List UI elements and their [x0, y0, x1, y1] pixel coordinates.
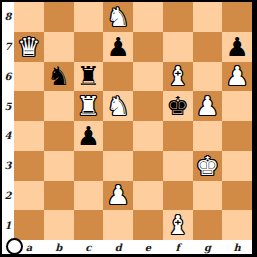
square-g3[interactable]: ♚ — [193, 151, 223, 181]
square-a2[interactable] — [14, 181, 44, 211]
square-f8[interactable] — [163, 2, 193, 32]
white-bishop: ♝ — [166, 212, 189, 238]
square-c2[interactable] — [74, 181, 104, 211]
square-g1[interactable] — [193, 210, 223, 240]
square-e1[interactable] — [133, 210, 163, 240]
square-e5[interactable] — [133, 91, 163, 121]
square-b3[interactable] — [44, 151, 74, 181]
square-e4[interactable] — [133, 121, 163, 151]
rank-label-2: 2 — [2, 181, 14, 211]
square-c1[interactable] — [74, 210, 104, 240]
square-h8[interactable] — [222, 2, 252, 32]
square-d4[interactable] — [103, 121, 133, 151]
square-e7[interactable] — [133, 32, 163, 62]
square-h4[interactable] — [222, 121, 252, 151]
file-label-c: c — [74, 240, 104, 254]
diagram-inner: 87654321 ♞♛♟♟♞♜♝♟♜♞♚♟♟♚♟♝ abcdefgh — [2, 2, 252, 254]
square-b1[interactable] — [44, 210, 74, 240]
square-g4[interactable] — [193, 121, 223, 151]
square-d2[interactable]: ♟ — [103, 181, 133, 211]
square-f2[interactable] — [163, 181, 193, 211]
rank-label-6: 6 — [2, 62, 14, 92]
square-g8[interactable] — [193, 2, 223, 32]
square-d8[interactable]: ♞ — [103, 2, 133, 32]
white-knight: ♞ — [106, 4, 129, 30]
black-rook: ♜ — [77, 63, 100, 89]
square-f3[interactable] — [163, 151, 193, 181]
square-c4[interactable]: ♟ — [74, 121, 104, 151]
black-knight: ♞ — [47, 63, 70, 89]
rank-label-3: 3 — [2, 151, 14, 181]
black-king: ♚ — [166, 93, 189, 119]
rank-label-7: 7 — [2, 32, 14, 62]
white-to-move-indicator — [6, 238, 23, 255]
square-f7[interactable] — [163, 32, 193, 62]
black-pawn: ♟ — [106, 34, 129, 60]
file-label-f: f — [163, 240, 193, 254]
square-a1[interactable] — [14, 210, 44, 240]
square-h5[interactable] — [222, 91, 252, 121]
square-a8[interactable] — [14, 2, 44, 32]
white-rook: ♜ — [77, 93, 100, 119]
square-e6[interactable] — [133, 62, 163, 92]
rank-label-1: 1 — [2, 210, 14, 240]
square-e8[interactable] — [133, 2, 163, 32]
square-g7[interactable] — [193, 32, 223, 62]
square-c5[interactable]: ♜ — [74, 91, 104, 121]
rank-label-8: 8 — [2, 2, 14, 32]
white-pawn: ♟ — [225, 63, 248, 89]
square-d5[interactable]: ♞ — [103, 91, 133, 121]
rank-label-5: 5 — [2, 91, 14, 121]
white-queen: ♛ — [17, 34, 40, 60]
square-b2[interactable] — [44, 181, 74, 211]
square-a4[interactable] — [14, 121, 44, 151]
white-pawn: ♟ — [106, 182, 129, 208]
square-h3[interactable] — [222, 151, 252, 181]
square-g6[interactable] — [193, 62, 223, 92]
rank-label-4: 4 — [2, 121, 14, 151]
square-g5[interactable]: ♟ — [193, 91, 223, 121]
square-c3[interactable] — [74, 151, 104, 181]
square-f1[interactable]: ♝ — [163, 210, 193, 240]
square-b7[interactable] — [44, 32, 74, 62]
black-pawn: ♟ — [77, 123, 100, 149]
square-h6[interactable]: ♟ — [222, 62, 252, 92]
square-c6[interactable]: ♜ — [74, 62, 104, 92]
square-g2[interactable] — [193, 181, 223, 211]
file-label-h: h — [222, 240, 252, 254]
white-knight: ♞ — [106, 93, 129, 119]
square-a5[interactable] — [14, 91, 44, 121]
square-c8[interactable] — [74, 2, 104, 32]
square-e2[interactable] — [133, 181, 163, 211]
chess-diagram: 87654321 ♞♛♟♟♞♜♝♟♜♞♚♟♟♚♟♝ abcdefgh — [0, 0, 257, 257]
square-b5[interactable] — [44, 91, 74, 121]
square-b6[interactable]: ♞ — [44, 62, 74, 92]
white-bishop: ♝ — [166, 63, 189, 89]
square-h2[interactable] — [222, 181, 252, 211]
white-pawn: ♟ — [196, 93, 219, 119]
square-d7[interactable]: ♟ — [103, 32, 133, 62]
square-d3[interactable] — [103, 151, 133, 181]
square-b8[interactable] — [44, 2, 74, 32]
square-b4[interactable] — [44, 121, 74, 151]
file-label-d: d — [103, 240, 133, 254]
square-a3[interactable] — [14, 151, 44, 181]
file-labels: abcdefgh — [14, 240, 252, 254]
square-e3[interactable] — [133, 151, 163, 181]
square-f4[interactable] — [163, 121, 193, 151]
file-label-e: e — [133, 240, 163, 254]
square-a7[interactable]: ♛ — [14, 32, 44, 62]
file-label-g: g — [193, 240, 223, 254]
file-label-b: b — [44, 240, 74, 254]
square-d6[interactable] — [103, 62, 133, 92]
square-h7[interactable]: ♟ — [222, 32, 252, 62]
rank-labels: 87654321 — [2, 2, 14, 240]
square-a6[interactable] — [14, 62, 44, 92]
white-king: ♚ — [196, 153, 219, 179]
square-f6[interactable]: ♝ — [163, 62, 193, 92]
square-f5[interactable]: ♚ — [163, 91, 193, 121]
square-d1[interactable] — [103, 210, 133, 240]
square-h1[interactable] — [222, 210, 252, 240]
black-pawn: ♟ — [225, 34, 248, 60]
chess-board: ♞♛♟♟♞♜♝♟♜♞♚♟♟♚♟♝ — [14, 2, 252, 240]
square-c7[interactable] — [74, 32, 104, 62]
